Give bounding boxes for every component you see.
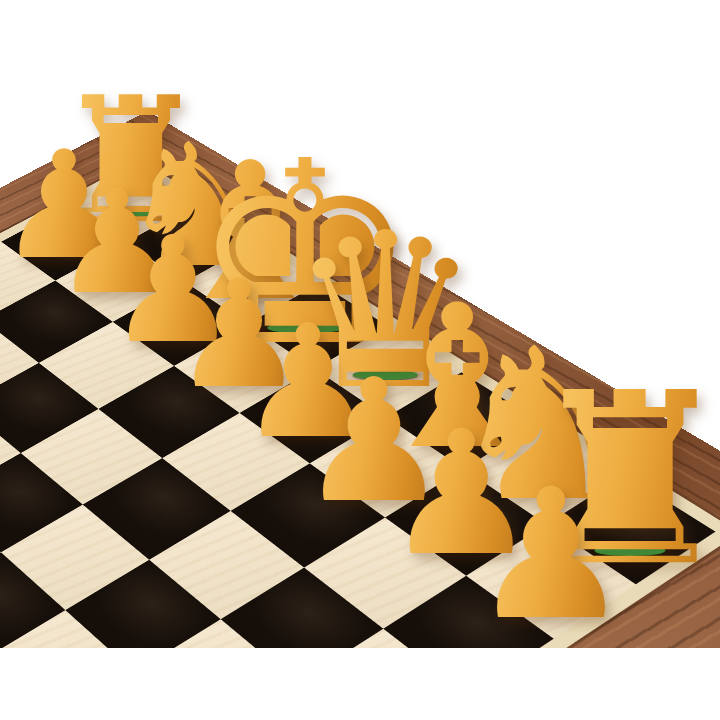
pieces-layer: ♜♟♞♟♝♚♟♛♟♟♝♞♟♟♜♟: [0, 0, 720, 720]
chess-set-photo: ♜♟♞♟♝♚♟♛♟♟♝♞♟♟♜♟: [0, 0, 720, 720]
pawn-glyph: ♟: [470, 465, 631, 645]
